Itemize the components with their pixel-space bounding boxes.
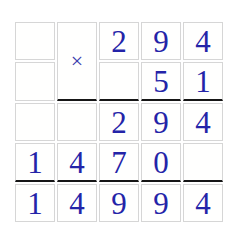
cell-r4c2: 4	[57, 143, 97, 182]
cell-r3c4: 9	[141, 103, 181, 141]
cell-r2c4-multiplier-tens: 5	[141, 62, 181, 101]
cell-r1c4-multiplicand-tens: 9	[141, 22, 181, 60]
multiply-operator-cell: ×	[57, 22, 97, 101]
cell-r2c1	[15, 62, 55, 101]
row-product: 1 4 9 9 4	[15, 184, 223, 222]
cell-r5c3: 9	[99, 184, 139, 222]
cell-r3c2	[57, 103, 97, 141]
long-multiplication-grid: × 2 9 4 5 1 2 9 4 1 4 7 0 1 4 9 9 4	[13, 20, 225, 224]
cell-r3c1	[15, 103, 55, 141]
row-multiplier: 5 1	[15, 62, 223, 101]
row-partial-product-2: 1 4 7 0	[15, 143, 223, 182]
cell-r3c3: 2	[99, 103, 139, 141]
cell-r5c1: 1	[15, 184, 55, 222]
row-multiplicand: × 2 9 4	[15, 22, 223, 60]
cell-r4c4: 0	[141, 143, 181, 182]
cell-r5c4: 9	[141, 184, 181, 222]
cell-r5c5: 4	[183, 184, 223, 222]
cell-r2c3	[99, 62, 139, 101]
cell-r4c5	[183, 143, 223, 182]
cell-r1c1	[15, 22, 55, 60]
cell-r4c1: 1	[15, 143, 55, 182]
cell-r5c2: 4	[57, 184, 97, 222]
cell-r2c5-multiplier-ones: 1	[183, 62, 223, 101]
row-partial-product-1: 2 9 4	[15, 103, 223, 141]
cell-r1c3-multiplicand-hundreds: 2	[99, 22, 139, 60]
cell-r3c5: 4	[183, 103, 223, 141]
cell-r4c3: 7	[99, 143, 139, 182]
cell-r1c5-multiplicand-ones: 4	[183, 22, 223, 60]
